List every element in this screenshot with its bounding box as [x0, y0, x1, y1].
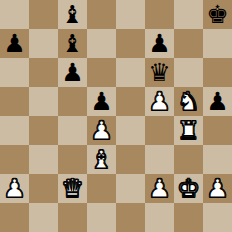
square-h1[interactable] [203, 203, 232, 232]
square-h3[interactable] [203, 145, 232, 174]
square-e5[interactable] [116, 87, 145, 116]
square-g4[interactable]: ♜ [174, 116, 203, 145]
square-h8[interactable]: ♚ [203, 0, 232, 29]
square-a6[interactable] [0, 58, 29, 87]
chess-board-container: ♝♚♟♝♟♟♛♟♟♞♟♟♜♝♟♛♟♚♟ [0, 0, 232, 232]
square-e2[interactable] [116, 174, 145, 203]
square-e7[interactable] [116, 29, 145, 58]
square-e4[interactable] [116, 116, 145, 145]
square-a5[interactable] [0, 87, 29, 116]
square-c4[interactable] [58, 116, 87, 145]
square-c5[interactable] [58, 87, 87, 116]
square-b3[interactable] [29, 145, 58, 174]
white-pawn-piece[interactable]: ♟ [206, 174, 228, 203]
square-g3[interactable] [174, 145, 203, 174]
square-b6[interactable] [29, 58, 58, 87]
square-a4[interactable] [0, 116, 29, 145]
square-f5[interactable]: ♟ [145, 87, 174, 116]
square-f1[interactable] [145, 203, 174, 232]
square-d1[interactable] [87, 203, 116, 232]
square-f7[interactable]: ♟ [145, 29, 174, 58]
black-pawn-piece[interactable]: ♟ [206, 87, 228, 116]
white-pawn-piece[interactable]: ♟ [148, 87, 170, 116]
black-king-piece[interactable]: ♚ [206, 0, 228, 29]
white-queen-piece[interactable]: ♛ [61, 174, 83, 203]
square-d8[interactable] [87, 0, 116, 29]
square-g8[interactable] [174, 0, 203, 29]
black-bishop-piece[interactable]: ♝ [61, 0, 83, 29]
black-pawn-piece[interactable]: ♟ [90, 87, 112, 116]
white-pawn-piece[interactable]: ♟ [90, 116, 112, 145]
square-c1[interactable] [58, 203, 87, 232]
square-a3[interactable] [0, 145, 29, 174]
square-g7[interactable] [174, 29, 203, 58]
square-c2[interactable]: ♛ [58, 174, 87, 203]
square-b7[interactable] [29, 29, 58, 58]
square-d4[interactable]: ♟ [87, 116, 116, 145]
white-rook-piece[interactable]: ♜ [177, 116, 199, 145]
black-pawn-piece[interactable]: ♟ [3, 29, 25, 58]
white-bishop-piece[interactable]: ♝ [90, 145, 112, 174]
square-a8[interactable] [0, 0, 29, 29]
square-g6[interactable] [174, 58, 203, 87]
black-pawn-piece[interactable]: ♟ [61, 58, 83, 87]
square-g2[interactable]: ♚ [174, 174, 203, 203]
square-c7[interactable]: ♝ [58, 29, 87, 58]
square-e8[interactable] [116, 0, 145, 29]
square-a1[interactable] [0, 203, 29, 232]
black-queen-piece[interactable]: ♛ [148, 58, 170, 87]
white-knight-piece[interactable]: ♞ [177, 87, 199, 116]
square-b8[interactable] [29, 0, 58, 29]
chess-board: ♝♚♟♝♟♟♛♟♟♞♟♟♜♝♟♛♟♚♟ [0, 0, 232, 232]
square-a7[interactable]: ♟ [0, 29, 29, 58]
square-f4[interactable] [145, 116, 174, 145]
square-e1[interactable] [116, 203, 145, 232]
square-b1[interactable] [29, 203, 58, 232]
square-e6[interactable] [116, 58, 145, 87]
square-c8[interactable]: ♝ [58, 0, 87, 29]
square-d7[interactable] [87, 29, 116, 58]
square-h7[interactable] [203, 29, 232, 58]
square-d6[interactable] [87, 58, 116, 87]
square-h6[interactable] [203, 58, 232, 87]
square-d3[interactable]: ♝ [87, 145, 116, 174]
square-h5[interactable]: ♟ [203, 87, 232, 116]
square-f2[interactable]: ♟ [145, 174, 174, 203]
square-h2[interactable]: ♟ [203, 174, 232, 203]
square-a2[interactable]: ♟ [0, 174, 29, 203]
white-king-piece[interactable]: ♚ [177, 174, 199, 203]
square-c6[interactable]: ♟ [58, 58, 87, 87]
square-f8[interactable] [145, 0, 174, 29]
square-g1[interactable] [174, 203, 203, 232]
square-c3[interactable] [58, 145, 87, 174]
square-f3[interactable] [145, 145, 174, 174]
white-pawn-piece[interactable]: ♟ [3, 174, 25, 203]
square-b5[interactable] [29, 87, 58, 116]
square-b4[interactable] [29, 116, 58, 145]
square-d5[interactable]: ♟ [87, 87, 116, 116]
square-f6[interactable]: ♛ [145, 58, 174, 87]
square-e3[interactable] [116, 145, 145, 174]
black-bishop-piece[interactable]: ♝ [61, 29, 83, 58]
black-pawn-piece[interactable]: ♟ [148, 29, 170, 58]
square-d2[interactable] [87, 174, 116, 203]
square-h4[interactable] [203, 116, 232, 145]
square-g5[interactable]: ♞ [174, 87, 203, 116]
white-pawn-piece[interactable]: ♟ [148, 174, 170, 203]
square-b2[interactable] [29, 174, 58, 203]
